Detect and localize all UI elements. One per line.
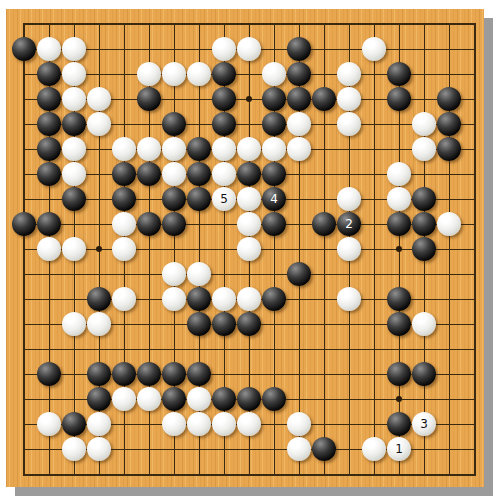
white-stone	[62, 237, 86, 261]
black-stone	[37, 362, 61, 386]
white-stone	[212, 287, 236, 311]
board-grid[interactable]: 54231	[24, 24, 475, 475]
white-stone	[237, 237, 261, 261]
move-number-label: 1	[395, 443, 403, 455]
white-stone: 5	[212, 187, 236, 211]
white-stone	[212, 137, 236, 161]
white-stone: 3	[412, 412, 436, 436]
hoshi-point	[396, 396, 402, 402]
hoshi-point	[396, 246, 402, 252]
black-stone	[137, 87, 161, 111]
black-stone	[162, 112, 186, 136]
black-stone	[387, 62, 411, 86]
black-stone	[237, 387, 261, 411]
black-stone	[112, 187, 136, 211]
black-stone	[87, 387, 111, 411]
white-stone	[112, 287, 136, 311]
black-stone	[287, 262, 311, 286]
black-stone	[162, 362, 186, 386]
black-stone	[37, 137, 61, 161]
white-stone	[412, 137, 436, 161]
black-stone	[112, 162, 136, 186]
black-stone	[312, 437, 336, 461]
white-stone	[187, 62, 211, 86]
white-stone	[137, 387, 161, 411]
white-stone	[87, 437, 111, 461]
white-stone	[87, 112, 111, 136]
black-stone	[262, 287, 286, 311]
white-stone	[262, 62, 286, 86]
white-stone	[162, 412, 186, 436]
black-stone	[262, 87, 286, 111]
white-stone	[237, 137, 261, 161]
white-stone	[387, 187, 411, 211]
black-stone	[237, 162, 261, 186]
white-stone	[212, 412, 236, 436]
white-stone	[162, 137, 186, 161]
white-stone	[362, 437, 386, 461]
white-stone	[287, 137, 311, 161]
black-stone	[437, 112, 461, 136]
black-stone	[187, 187, 211, 211]
black-stone	[162, 387, 186, 411]
white-stone	[262, 137, 286, 161]
white-stone	[212, 37, 236, 61]
black-stone	[387, 287, 411, 311]
black-stone	[187, 287, 211, 311]
black-stone	[87, 362, 111, 386]
black-stone	[187, 312, 211, 336]
black-stone: 4	[262, 187, 286, 211]
white-stone: 1	[387, 437, 411, 461]
white-stone	[62, 312, 86, 336]
white-stone	[337, 287, 361, 311]
white-stone	[62, 162, 86, 186]
white-stone	[187, 412, 211, 436]
black-stone	[212, 312, 236, 336]
white-stone	[87, 312, 111, 336]
white-stone	[62, 87, 86, 111]
white-stone	[287, 437, 311, 461]
white-stone	[337, 87, 361, 111]
black-stone	[287, 62, 311, 86]
white-stone	[412, 112, 436, 136]
move-number-label: 4	[270, 193, 278, 205]
black-stone	[37, 87, 61, 111]
white-stone	[337, 62, 361, 86]
black-stone	[212, 87, 236, 111]
black-stone: 2	[337, 212, 361, 236]
white-stone	[112, 237, 136, 261]
black-stone	[262, 387, 286, 411]
white-stone	[362, 37, 386, 61]
hoshi-point	[96, 246, 102, 252]
black-stone	[237, 312, 261, 336]
white-stone	[137, 62, 161, 86]
white-stone	[237, 37, 261, 61]
white-stone	[212, 162, 236, 186]
black-stone	[62, 412, 86, 436]
white-stone	[237, 212, 261, 236]
black-stone	[262, 212, 286, 236]
black-stone	[287, 87, 311, 111]
black-stone	[262, 162, 286, 186]
move-number-label: 5	[220, 193, 228, 205]
black-stone	[37, 162, 61, 186]
white-stone	[337, 112, 361, 136]
white-stone	[187, 262, 211, 286]
black-stone	[37, 62, 61, 86]
white-stone	[337, 187, 361, 211]
black-stone	[212, 112, 236, 136]
black-stone	[387, 412, 411, 436]
black-stone	[12, 212, 36, 236]
white-stone	[237, 412, 261, 436]
white-stone	[162, 62, 186, 86]
black-stone	[137, 362, 161, 386]
black-stone	[387, 87, 411, 111]
white-stone	[287, 412, 311, 436]
black-stone	[87, 287, 111, 311]
white-stone	[137, 137, 161, 161]
white-stone	[187, 387, 211, 411]
white-stone	[112, 137, 136, 161]
black-stone	[187, 137, 211, 161]
black-stone	[262, 112, 286, 136]
black-stone	[312, 212, 336, 236]
go-board[interactable]: 54231	[6, 9, 484, 487]
black-stone	[137, 212, 161, 236]
black-stone	[212, 387, 236, 411]
white-stone	[62, 137, 86, 161]
white-stone	[87, 412, 111, 436]
white-stone	[337, 237, 361, 261]
white-stone	[62, 37, 86, 61]
white-stone	[87, 87, 111, 111]
white-stone	[112, 212, 136, 236]
white-stone	[237, 187, 261, 211]
black-stone	[187, 162, 211, 186]
black-stone	[162, 187, 186, 211]
move-number-label: 3	[420, 418, 428, 430]
black-stone	[62, 187, 86, 211]
black-stone	[62, 112, 86, 136]
white-stone	[37, 37, 61, 61]
white-stone	[287, 112, 311, 136]
white-stone	[62, 437, 86, 461]
white-stone	[387, 162, 411, 186]
black-stone	[12, 37, 36, 61]
black-stone	[387, 212, 411, 236]
black-stone	[312, 87, 336, 111]
black-stone	[212, 62, 236, 86]
white-stone	[37, 237, 61, 261]
black-stone	[412, 187, 436, 211]
white-stone	[162, 162, 186, 186]
white-stone	[237, 287, 261, 311]
black-stone	[137, 162, 161, 186]
black-stone	[412, 362, 436, 386]
move-number-label: 2	[345, 218, 353, 230]
white-stone	[412, 312, 436, 336]
white-stone	[62, 62, 86, 86]
black-stone	[437, 87, 461, 111]
white-stone	[162, 287, 186, 311]
black-stone	[412, 212, 436, 236]
white-stone	[437, 212, 461, 236]
white-stone	[112, 387, 136, 411]
black-stone	[287, 37, 311, 61]
hoshi-point	[246, 96, 252, 102]
white-stone	[162, 262, 186, 286]
black-stone	[412, 237, 436, 261]
black-stone	[437, 137, 461, 161]
black-stone	[162, 212, 186, 236]
black-stone	[187, 362, 211, 386]
black-stone	[387, 362, 411, 386]
black-stone	[37, 212, 61, 236]
white-stone	[37, 412, 61, 436]
black-stone	[387, 312, 411, 336]
black-stone	[37, 112, 61, 136]
black-stone	[112, 362, 136, 386]
